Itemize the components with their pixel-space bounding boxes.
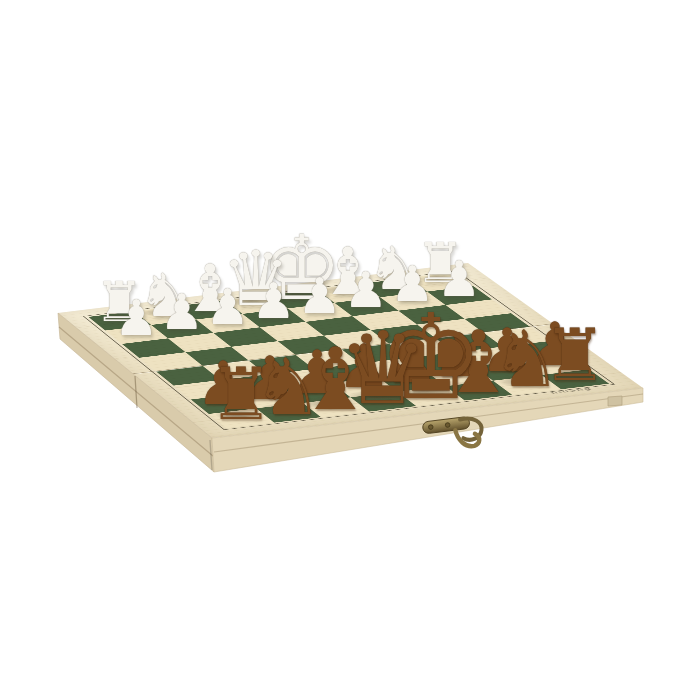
- white-pawn-e2: ♟: [298, 271, 342, 320]
- white-pawn-c2: ♟: [205, 282, 249, 331]
- white-pawn-b2: ♟: [160, 288, 204, 337]
- pieces-layer: ♜♞♝♛♚♝♞♜♟♟♟♟♟♟♟♟♟♟♟♟♟♟♟♟♜♞♝♛♚♝♞♜: [0, 0, 700, 700]
- product-photo-chess-set: hidang ♜♞♝♛♚♝♞♜♟♟♟♟♟♟♟♟♟♟♟♟♟♟♟: [0, 0, 700, 700]
- white-pawn-a2: ♟: [114, 293, 158, 342]
- brown-rook-a8: ♜: [209, 358, 274, 430]
- white-pawn-d2: ♟: [251, 277, 295, 326]
